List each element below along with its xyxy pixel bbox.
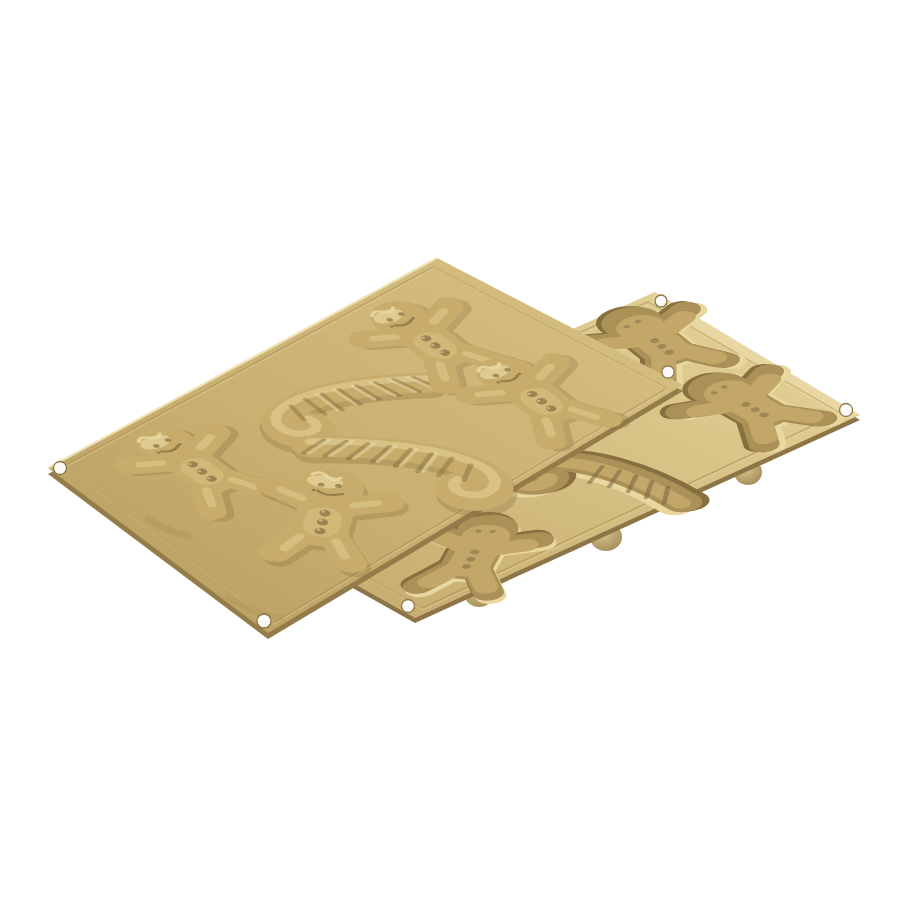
hanging-hole bbox=[662, 366, 674, 378]
product-photo-scene bbox=[0, 0, 900, 900]
mold-product-photo bbox=[0, 0, 900, 900]
hanging-hole bbox=[54, 462, 67, 475]
hanging-hole bbox=[840, 404, 853, 417]
hanging-hole bbox=[257, 614, 271, 628]
hanging-hole bbox=[402, 600, 415, 613]
hanging-hole bbox=[655, 295, 667, 307]
